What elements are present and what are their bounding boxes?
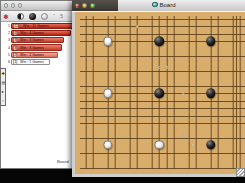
status-text: Board (57, 159, 69, 163)
zoom-button[interactable] (90, 3, 95, 8)
black-stone[interactable] (154, 36, 164, 46)
result-count-box: 3 (13, 45, 17, 50)
board-window: Board acbdfh (72, 0, 245, 177)
white-stone-icon[interactable] (41, 13, 48, 20)
result-count-box: 2 (13, 52, 17, 57)
result-row-index: 6 (5, 60, 10, 64)
result-bar: 1Win : 1 Games (11, 59, 50, 65)
result-row-index: 5 (5, 53, 10, 57)
result-bar: 4Win : 4 Games (11, 30, 71, 36)
result-row-index: 4 (5, 46, 10, 50)
result-row[interactable]: 43Win : 3 Games (1, 44, 74, 51)
result-count-box: 3 (13, 38, 17, 43)
result-label: Win : 2 Games (20, 53, 44, 57)
result-label: Win : 4 Games (20, 31, 44, 35)
result-row[interactable]: 52Win : 2 Games (1, 51, 74, 58)
board-letter-label: f (184, 133, 185, 138)
result-row[interactable]: 111Win : 11 Games (1, 22, 74, 29)
result-count-box: 11 (13, 23, 19, 28)
stone-tool-icon[interactable]: ● (2, 90, 4, 94)
result-label: Win : 1 Games (20, 60, 44, 64)
white-stone[interactable] (154, 140, 164, 150)
black-stone[interactable] (206, 88, 216, 98)
result-row[interactable]: 33Win : 3 Games (1, 37, 74, 44)
both-stones-icon[interactable] (17, 13, 24, 20)
check-icon[interactable]: ˇ (53, 14, 55, 19)
document-icon (152, 2, 158, 8)
result-count-box: 4 (13, 31, 17, 36)
close-icon[interactable] (4, 3, 9, 8)
result-row-index: 2 (5, 31, 10, 35)
black-stone[interactable] (206, 36, 216, 46)
board-window-titlebar[interactable] (118, 0, 245, 11)
results-window-titlebar[interactable] (1, 1, 74, 11)
results-list: 111Win : 11 Games24Win : 4 Games33Win : … (1, 22, 74, 66)
white-stone[interactable] (103, 88, 113, 98)
black-stone-icon[interactable] (29, 13, 36, 20)
result-label: Win : 11 Games (23, 24, 49, 28)
results-toolbar: ✽ˇ5 (1, 11, 74, 22)
count-icon[interactable]: 5 (60, 14, 63, 19)
result-row[interactable]: 24Win : 4 Games (1, 29, 74, 36)
board-window-titlebar-left[interactable] (72, 0, 118, 11)
result-bar: 2Win : 2 Games (11, 52, 58, 58)
result-row[interactable]: 61Win : 1 Games (1, 58, 74, 65)
result-row-index: 1 (5, 24, 10, 28)
board-tool-icon[interactable]: ▤ (1, 81, 5, 85)
close-button[interactable] (75, 3, 80, 8)
resize-grip-icon[interactable] (236, 168, 245, 177)
goban[interactable]: acbdfh (75, 12, 245, 174)
result-count-box: 1 (13, 60, 17, 65)
board-letter-label: c (158, 65, 160, 70)
result-label: Win : 3 Games (20, 46, 44, 50)
cross-tool-icon[interactable]: ✚ (1, 72, 4, 76)
goban-edge-line (236, 16, 237, 169)
board-window-title-label: Board (160, 2, 176, 8)
result-label: Win : 3 Games (20, 38, 44, 42)
result-bar: 3Win : 3 Games (11, 37, 64, 43)
result-bar: 3Win : 3 Games (11, 44, 62, 50)
pattern-icon[interactable]: ✽ (3, 13, 8, 19)
zoom-icon[interactable] (18, 3, 23, 8)
tool-palette: ✚▤●▫ (0, 68, 6, 106)
minimize-button[interactable] (82, 3, 87, 8)
board-letter-label: b (165, 65, 168, 70)
black-stone[interactable] (154, 88, 164, 98)
board-window-title: Board (152, 2, 176, 8)
results-window: ✽ˇ5 111Win : 11 Games24Win : 4 Games33Wi… (0, 0, 75, 169)
white-stone[interactable] (103, 36, 113, 46)
result-row-index: 3 (5, 38, 10, 42)
board-letter-label: h (192, 142, 195, 147)
black-stone[interactable] (206, 140, 216, 150)
empty-tool-icon[interactable]: ▫ (2, 99, 3, 103)
white-stone[interactable] (103, 140, 113, 150)
result-bar: 11Win : 11 Games (11, 23, 73, 29)
board-letter-label: a (136, 24, 139, 29)
minimize-icon[interactable] (11, 3, 16, 8)
